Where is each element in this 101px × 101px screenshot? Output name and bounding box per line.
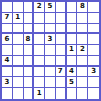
sudoku-cell-r3c5[interactable] [45, 24, 56, 35]
sudoku-cell-r3c1[interactable] [2, 24, 13, 35]
sudoku-cell-r3c4[interactable] [34, 24, 45, 35]
sudoku-cell-r9c9[interactable] [88, 88, 99, 99]
sudoku-cell-r7c4[interactable] [34, 67, 45, 78]
sudoku-cell-r6c2[interactable] [13, 56, 24, 67]
sudoku-cell-r6c7[interactable] [67, 56, 78, 67]
sudoku-cell-r8c6[interactable] [56, 77, 67, 88]
sudoku-cell-r6c3[interactable] [24, 56, 35, 67]
sudoku-cell-r2c3[interactable] [24, 13, 35, 24]
sudoku-cell-r3c9[interactable] [88, 24, 99, 35]
sudoku-cell-r1c8: 8 [77, 2, 88, 13]
sudoku-cell-r7c8[interactable] [77, 67, 88, 78]
sudoku-cell-r5c9[interactable] [88, 45, 99, 56]
sudoku-cell-r1c3[interactable] [24, 2, 35, 13]
sudoku-cell-r8c4[interactable] [34, 77, 45, 88]
sudoku-cell-r4c6[interactable] [56, 34, 67, 45]
sudoku-cell-r6c5[interactable] [45, 56, 56, 67]
sudoku-cell-r4c2[interactable] [13, 34, 24, 45]
sudoku-cell-r7c6: 7 [56, 67, 67, 78]
sudoku-cell-r3c2[interactable] [13, 24, 24, 35]
sudoku-cell-r2c8[interactable] [77, 13, 88, 24]
sudoku-cell-r5c2[interactable] [13, 45, 24, 56]
sudoku-cell-r1c6[interactable] [56, 2, 67, 13]
sudoku-cell-r2c2: 1 [13, 13, 24, 24]
sudoku-cell-r4c7[interactable] [67, 34, 78, 45]
sudoku-cell-r3c7[interactable] [67, 24, 78, 35]
sudoku-cell-r5c4[interactable] [34, 45, 45, 56]
sudoku-cell-r4c9[interactable] [88, 34, 99, 45]
sudoku-cell-r8c9[interactable] [88, 77, 99, 88]
sudoku-cell-r1c5: 5 [45, 2, 56, 13]
sudoku-cell-r9c7[interactable] [67, 88, 78, 99]
sudoku-cell-r1c2[interactable] [13, 2, 24, 13]
sudoku-cell-r4c1: 6 [2, 34, 13, 45]
sudoku-cell-r2c1: 7 [2, 13, 13, 24]
sudoku-cell-r5c7: 1 [67, 45, 78, 56]
sudoku-cell-r4c8[interactable] [77, 34, 88, 45]
sudoku-cell-r4c4[interactable] [34, 34, 45, 45]
sudoku-board: 25871683124743351 [0, 0, 101, 101]
sudoku-cell-r6c8[interactable] [77, 56, 88, 67]
sudoku-cell-r5c5[interactable] [45, 45, 56, 56]
sudoku-cell-r6c9[interactable] [88, 56, 99, 67]
sudoku-cell-r8c5[interactable] [45, 77, 56, 88]
sudoku-cell-r8c8[interactable] [77, 77, 88, 88]
sudoku-cell-r9c2[interactable] [13, 88, 24, 99]
sudoku-cell-r3c6[interactable] [56, 24, 67, 35]
sudoku-cell-r9c4: 1 [34, 88, 45, 99]
sudoku-cell-r6c1: 4 [2, 56, 13, 67]
sudoku-cell-r7c1[interactable] [2, 67, 13, 78]
sudoku-cell-r7c9: 3 [88, 67, 99, 78]
sudoku-cell-r9c1[interactable] [2, 88, 13, 99]
sudoku-cell-r1c9[interactable] [88, 2, 99, 13]
sudoku-cell-r2c9[interactable] [88, 13, 99, 24]
sudoku-cell-r7c5[interactable] [45, 67, 56, 78]
sudoku-cell-r9c8[interactable] [77, 88, 88, 99]
sudoku-cell-r3c3[interactable] [24, 24, 35, 35]
sudoku-cell-r4c3: 8 [24, 34, 35, 45]
sudoku-cell-r1c1[interactable] [2, 2, 13, 13]
sudoku-cell-r2c7[interactable] [67, 13, 78, 24]
sudoku-cell-r4c5: 3 [45, 34, 56, 45]
sudoku-cell-r9c6[interactable] [56, 88, 67, 99]
sudoku-cell-r2c5[interactable] [45, 13, 56, 24]
sudoku-cell-r9c5[interactable] [45, 88, 56, 99]
sudoku-cell-r5c3[interactable] [24, 45, 35, 56]
sudoku-cell-r1c7[interactable] [67, 2, 78, 13]
sudoku-cell-r3c8[interactable] [77, 24, 88, 35]
sudoku-cell-r7c7: 4 [67, 67, 78, 78]
sudoku-cell-r8c3[interactable] [24, 77, 35, 88]
sudoku-cell-r1c4: 2 [34, 2, 45, 13]
sudoku-cell-r6c6[interactable] [56, 56, 67, 67]
sudoku-cell-r9c3[interactable] [24, 88, 35, 99]
sudoku-cell-r8c7: 5 [67, 77, 78, 88]
sudoku-cell-r6c4[interactable] [34, 56, 45, 67]
sudoku-cell-r8c1: 3 [2, 77, 13, 88]
sudoku-cell-r5c6[interactable] [56, 45, 67, 56]
sudoku-cell-r2c6[interactable] [56, 13, 67, 24]
sudoku-cell-r7c2[interactable] [13, 67, 24, 78]
sudoku-cell-r7c3[interactable] [24, 67, 35, 78]
sudoku-cell-r5c8: 2 [77, 45, 88, 56]
sudoku-cell-r2c4[interactable] [34, 13, 45, 24]
sudoku-cell-r5c1[interactable] [2, 45, 13, 56]
sudoku-cell-r8c2[interactable] [13, 77, 24, 88]
